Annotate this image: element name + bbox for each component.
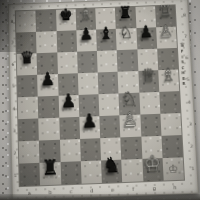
square-d2: [80, 138, 101, 161]
rank-label-left-8: 8: [9, 10, 15, 32]
square-c8: ♚: [56, 9, 77, 31]
square-a1: [19, 163, 40, 186]
square-g8: [135, 6, 156, 28]
square-f5: [118, 71, 139, 93]
square-h6: [157, 48, 178, 70]
square-f1: [121, 159, 142, 182]
square-f3: ♙: [120, 115, 141, 138]
crown-emblem-icon: ♔: [162, 157, 184, 180]
rank-label-left-5: 5: [10, 75, 16, 97]
square-e6: [97, 50, 118, 72]
black-rook: ♜: [115, 0, 136, 24]
square-c1: [60, 161, 81, 184]
rank-label-left-4: 4: [11, 97, 17, 119]
square-c3: [59, 117, 80, 140]
square-b5: ♟: [37, 74, 58, 97]
file-label-f: f: [123, 183, 144, 194]
board-frame: ♚♗♜♖♟♝♘♟♙♛♟♕♗♟♘♟♙♜♞♔♔ abcdefgh 87654321 …: [8, 0, 199, 200]
square-b7: [36, 31, 57, 53]
square-e8: [95, 8, 116, 30]
square-f2: [121, 137, 142, 160]
square-f4: ♘: [119, 93, 140, 116]
square-g3: [140, 114, 161, 137]
board-perspective-wrapper: ♚♗♜♖♟♝♘♟♙♛♟♕♗♟♘♟♙♜♞♔♔ abcdefgh 87654321 …: [8, 0, 199, 200]
square-c6: [57, 52, 78, 74]
square-a8: [16, 11, 36, 33]
board: ♚♗♜♖♟♝♘♟♙♛♟♕♗♟♘♟♙♜♞♔♔: [15, 4, 185, 187]
square-g5: ♕: [138, 70, 159, 92]
square-b1: ♜: [40, 162, 61, 185]
white-bishop: ♗: [75, 2, 96, 26]
rank-label-left-6: 6: [10, 54, 16, 76]
file-label-g: g: [144, 183, 165, 194]
square-a7: [16, 32, 37, 54]
square-b6: [37, 52, 58, 74]
square-e2: [100, 137, 121, 160]
square-b3: [39, 118, 60, 141]
square-b4: [38, 96, 59, 119]
rank-label-left-3: 3: [11, 119, 18, 142]
rank-label-left-1: 1: [12, 164, 19, 187]
square-h7: ♙: [156, 27, 177, 49]
square-h1: ♔: [162, 157, 184, 180]
square-g6: [137, 49, 158, 71]
square-d5: [78, 72, 99, 94]
square-g1: ♔: [142, 158, 164, 181]
square-g4: [139, 92, 160, 115]
square-g7: ♟: [136, 27, 157, 49]
rank-label-right-3: 3: [187, 113, 193, 136]
square-b8: [36, 10, 57, 32]
square-h8: ♖: [155, 5, 176, 27]
square-a6: ♛: [17, 53, 38, 75]
square-c7: [56, 30, 77, 52]
rank-labels-right: 87654321: [181, 4, 196, 180]
rank-label-left-7: 7: [9, 32, 15, 54]
rank-label-right-1: 1: [190, 158, 196, 181]
square-f8: ♜: [115, 7, 136, 29]
square-h2: [161, 135, 183, 158]
square-a3: [18, 118, 39, 141]
rank-label-right-2: 2: [189, 135, 195, 158]
square-d4: [78, 94, 99, 117]
square-h4: [159, 91, 180, 114]
square-c4: ♟: [58, 95, 79, 118]
square-d7: ♟: [76, 30, 97, 52]
square-e1: ♞: [101, 160, 122, 183]
square-e4: [99, 93, 120, 116]
square-c2: [59, 139, 80, 162]
file-label-h: h: [164, 182, 185, 193]
square-c5: [57, 73, 78, 96]
square-f6: [117, 49, 138, 71]
square-f7: ♘: [116, 28, 137, 50]
square-d6: [77, 51, 98, 73]
square-g2: [141, 136, 162, 159]
square-h5: ♗: [158, 69, 179, 91]
square-d3: ♟: [79, 116, 100, 139]
square-e7: ♝: [96, 29, 117, 51]
table-edge-shadow: [0, 194, 200, 200]
square-h3: [160, 113, 181, 136]
square-a2: [19, 141, 40, 164]
rank-label-left-2: 2: [12, 142, 19, 165]
brand-crown-icon: ♛: [180, 41, 186, 48]
rank-label-right-8: 8: [181, 4, 187, 26]
square-b2: [39, 140, 60, 163]
square-d1: [81, 160, 102, 183]
chess-table-photo: ♚♗♜♖♟♝♘♟♙♛♟♕♗♟♘♟♙♜♞♔♔ abcdefgh 87654321 …: [0, 0, 200, 200]
square-a4: [18, 97, 39, 120]
square-a5: [17, 75, 38, 98]
white-rook: ♖: [154, 0, 175, 23]
square-e5: [98, 72, 119, 94]
square-e3: [99, 115, 120, 138]
square-d8: ♗: [75, 8, 96, 30]
black-king: ♚: [55, 2, 76, 26]
rank-label-right-4: 4: [186, 91, 192, 113]
